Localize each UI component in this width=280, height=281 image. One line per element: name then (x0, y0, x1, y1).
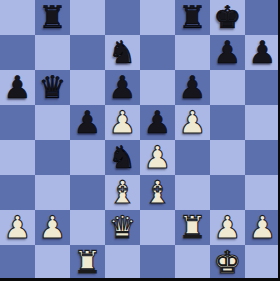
square-d3[interactable]: ♝ (105, 175, 140, 210)
piece-black-pawn: ♟ (245, 35, 280, 70)
square-e3[interactable]: ♝ (140, 175, 175, 210)
piece-white-king: ♚ (210, 245, 245, 280)
square-g5[interactable] (210, 105, 245, 140)
square-b3[interactable] (35, 175, 70, 210)
piece-white-rook: ♜ (70, 245, 105, 280)
square-h8[interactable] (245, 0, 280, 35)
square-f1[interactable] (175, 245, 210, 280)
square-d1[interactable] (105, 245, 140, 280)
square-e2[interactable] (140, 210, 175, 245)
square-e7[interactable] (140, 35, 175, 70)
square-b6[interactable]: ♛ (35, 70, 70, 105)
square-c2[interactable] (70, 210, 105, 245)
square-e8[interactable] (140, 0, 175, 35)
square-c4[interactable] (70, 140, 105, 175)
square-h7[interactable]: ♟ (245, 35, 280, 70)
piece-white-queen: ♛ (105, 210, 140, 245)
square-d4[interactable]: ♞ (105, 140, 140, 175)
square-a5[interactable] (0, 105, 35, 140)
piece-white-pawn: ♟ (0, 210, 35, 245)
piece-black-pawn: ♟ (140, 105, 175, 140)
piece-white-pawn: ♟ (35, 210, 70, 245)
piece-black-pawn: ♟ (105, 70, 140, 105)
piece-black-rook: ♜ (35, 0, 70, 35)
square-h6[interactable] (245, 70, 280, 105)
square-b7[interactable] (35, 35, 70, 70)
square-a7[interactable] (0, 35, 35, 70)
square-b4[interactable] (35, 140, 70, 175)
square-h5[interactable] (245, 105, 280, 140)
square-d6[interactable]: ♟ (105, 70, 140, 105)
square-d5[interactable]: ♟ (105, 105, 140, 140)
piece-white-pawn: ♟ (245, 210, 280, 245)
square-f5[interactable]: ♟ (175, 105, 210, 140)
square-e1[interactable] (140, 245, 175, 280)
square-h1[interactable] (245, 245, 280, 280)
square-h3[interactable] (245, 175, 280, 210)
piece-black-pawn: ♟ (0, 70, 35, 105)
square-g3[interactable] (210, 175, 245, 210)
piece-black-pawn: ♟ (70, 105, 105, 140)
square-a8[interactable] (0, 0, 35, 35)
square-b8[interactable]: ♜ (35, 0, 70, 35)
square-g7[interactable]: ♟ (210, 35, 245, 70)
square-g1[interactable]: ♚ (210, 245, 245, 280)
square-f6[interactable]: ♟ (175, 70, 210, 105)
piece-black-king: ♚ (210, 0, 245, 35)
square-f7[interactable] (175, 35, 210, 70)
piece-white-pawn: ♟ (140, 140, 175, 175)
square-f3[interactable] (175, 175, 210, 210)
square-e4[interactable]: ♟ (140, 140, 175, 175)
piece-white-pawn: ♟ (105, 105, 140, 140)
square-b5[interactable] (35, 105, 70, 140)
piece-black-knight: ♞ (105, 140, 140, 175)
square-d2[interactable]: ♛ (105, 210, 140, 245)
square-a4[interactable] (0, 140, 35, 175)
piece-white-rook: ♜ (175, 210, 210, 245)
chess-board: ♜♜♚♞♟♟♟♛♟♟♟♟♟♟♞♟♝♝♟♟♛♜♟♟♜♚ (0, 0, 280, 280)
square-g4[interactable] (210, 140, 245, 175)
square-a2[interactable]: ♟ (0, 210, 35, 245)
piece-white-bishop: ♝ (140, 175, 175, 210)
chess-board-frame: ♜♜♚♞♟♟♟♛♟♟♟♟♟♟♞♟♝♝♟♟♛♜♟♟♜♚ (0, 0, 280, 281)
piece-black-knight: ♞ (105, 35, 140, 70)
square-e5[interactable]: ♟ (140, 105, 175, 140)
piece-white-pawn: ♟ (210, 210, 245, 245)
square-f2[interactable]: ♜ (175, 210, 210, 245)
board-border-right (278, 0, 280, 281)
square-c5[interactable]: ♟ (70, 105, 105, 140)
square-c3[interactable] (70, 175, 105, 210)
square-a3[interactable] (0, 175, 35, 210)
square-b2[interactable]: ♟ (35, 210, 70, 245)
square-g2[interactable]: ♟ (210, 210, 245, 245)
square-a6[interactable]: ♟ (0, 70, 35, 105)
square-c1[interactable]: ♜ (70, 245, 105, 280)
piece-white-pawn: ♟ (175, 105, 210, 140)
square-g8[interactable]: ♚ (210, 0, 245, 35)
piece-black-pawn: ♟ (175, 70, 210, 105)
square-f8[interactable]: ♜ (175, 0, 210, 35)
piece-black-pawn: ♟ (210, 35, 245, 70)
square-d7[interactable]: ♞ (105, 35, 140, 70)
square-h2[interactable]: ♟ (245, 210, 280, 245)
square-c7[interactable] (70, 35, 105, 70)
square-c8[interactable] (70, 0, 105, 35)
square-a1[interactable] (0, 245, 35, 280)
piece-white-bishop: ♝ (105, 175, 140, 210)
square-b1[interactable] (35, 245, 70, 280)
square-f4[interactable] (175, 140, 210, 175)
piece-black-queen: ♛ (35, 70, 70, 105)
square-e6[interactable] (140, 70, 175, 105)
square-c6[interactable] (70, 70, 105, 105)
piece-black-rook: ♜ (175, 0, 210, 35)
square-h4[interactable] (245, 140, 280, 175)
square-d8[interactable] (105, 0, 140, 35)
square-g6[interactable] (210, 70, 245, 105)
